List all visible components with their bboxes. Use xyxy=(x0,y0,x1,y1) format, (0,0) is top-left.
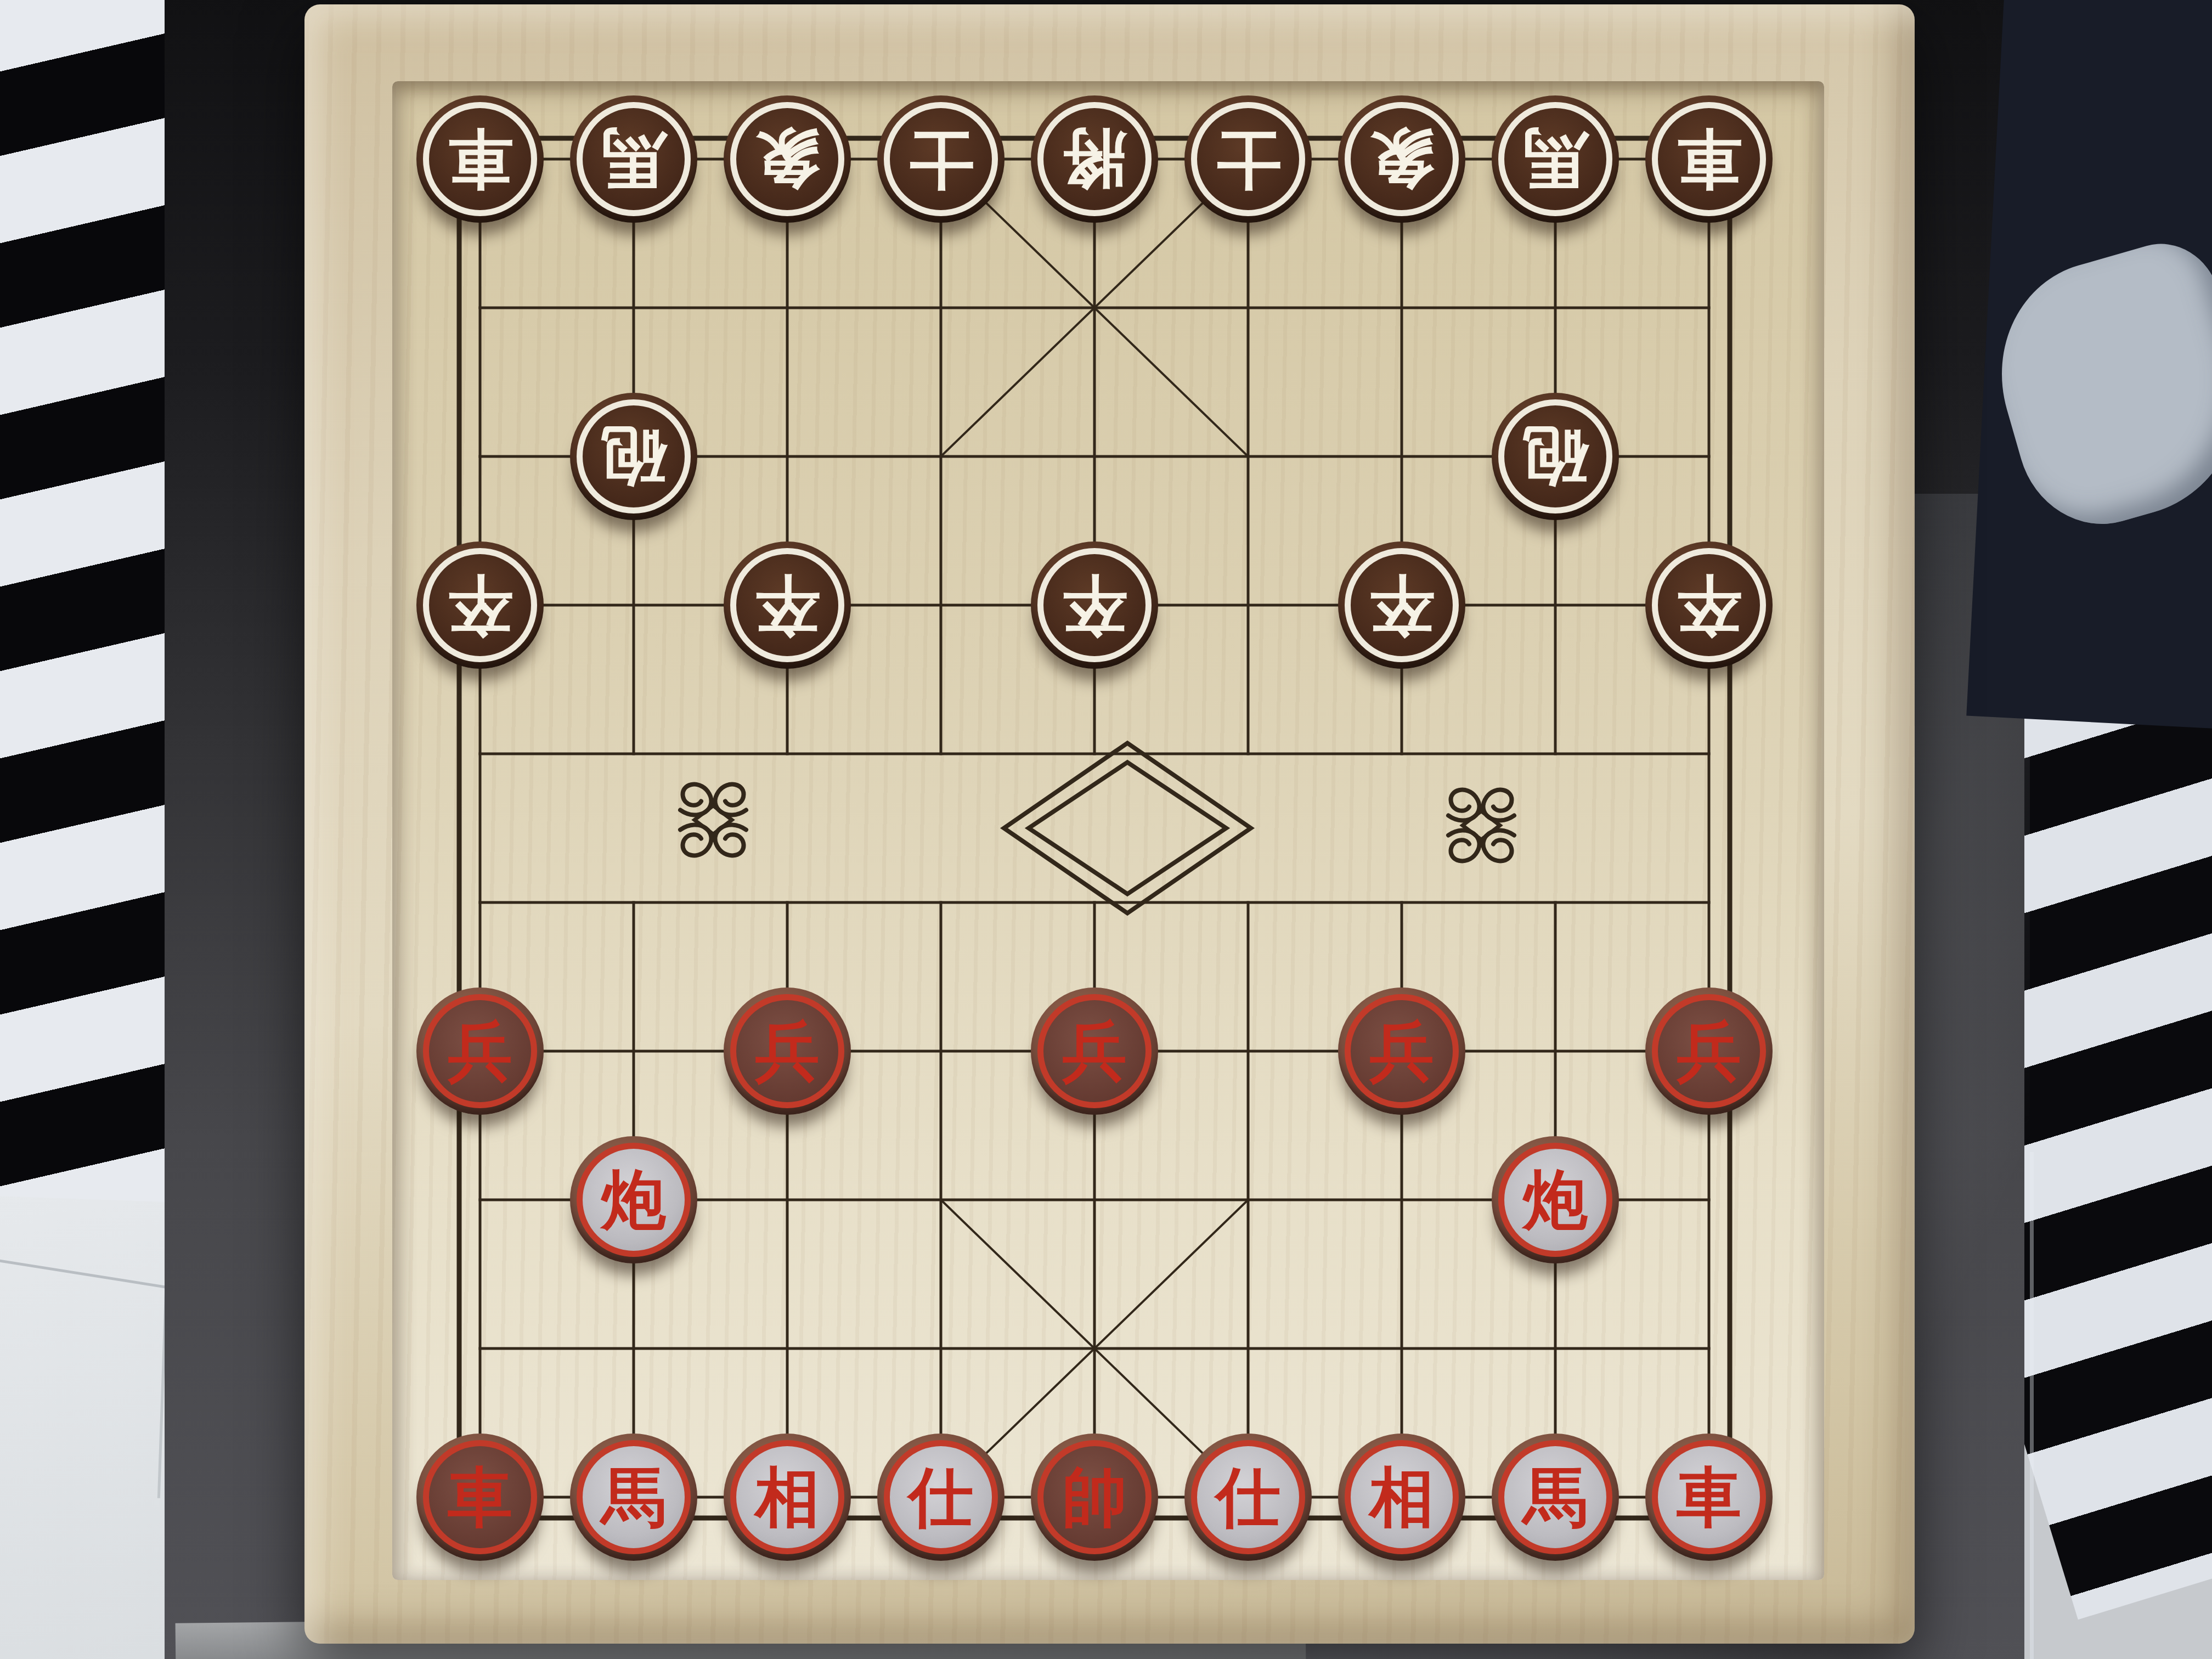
piece-face: 仕 xyxy=(884,1440,998,1554)
piece-character: 砲 xyxy=(601,424,666,489)
piece-red-horse[interactable]: 馬 xyxy=(1492,1434,1619,1561)
piece-face: 車 xyxy=(423,102,537,216)
piece-black-horse[interactable]: 馬 xyxy=(570,95,697,223)
piece-red-soldier[interactable]: 兵 xyxy=(1031,988,1158,1115)
piece-face: 炮 xyxy=(577,1143,691,1257)
piece-black-advisor[interactable]: 士 xyxy=(877,95,1005,223)
piece-character: 相 xyxy=(755,1465,820,1530)
piece-face: 兵 xyxy=(423,994,537,1108)
piece-black-soldier[interactable]: 卒 xyxy=(1645,541,1773,669)
piece-black-cannon[interactable]: 砲 xyxy=(1492,393,1619,520)
piece-face: 馬 xyxy=(577,1440,691,1554)
piece-face: 砲 xyxy=(1498,399,1612,513)
piece-black-soldier[interactable]: 卒 xyxy=(724,541,851,669)
piece-red-soldier[interactable]: 兵 xyxy=(416,988,544,1115)
piece-character: 兵 xyxy=(755,1019,820,1084)
piece-red-chariot[interactable]: 車 xyxy=(416,1434,544,1561)
piece-character: 將 xyxy=(1062,127,1127,191)
piece-face: 士 xyxy=(1191,102,1305,216)
piece-character: 馬 xyxy=(601,127,666,191)
piece-character: 馬 xyxy=(1523,1465,1588,1530)
piece-face: 卒 xyxy=(730,548,844,662)
piece-character: 象 xyxy=(1369,127,1434,191)
piece-black-chariot[interactable]: 車 xyxy=(416,95,544,223)
glass-table-edge xyxy=(2030,1152,2034,1659)
piece-red-cannon[interactable]: 炮 xyxy=(1492,1136,1619,1263)
piece-black-chariot[interactable]: 車 xyxy=(1645,95,1773,223)
piece-character: 卒 xyxy=(448,573,512,637)
piece-character: 卒 xyxy=(755,573,820,637)
piece-face: 帥 xyxy=(1037,1440,1152,1554)
piece-face: 馬 xyxy=(1498,102,1612,216)
photo-scene: 車馬象士將士象馬車砲砲卒卒卒卒卒兵兵兵兵兵炮炮車馬相仕帥仕相馬車 xyxy=(0,0,2212,1659)
piece-character: 車 xyxy=(1677,1465,1741,1530)
piece-black-cannon[interactable]: 砲 xyxy=(570,393,697,520)
piece-face: 相 xyxy=(730,1440,844,1554)
piece-face: 兵 xyxy=(730,994,844,1108)
piece-face: 將 xyxy=(1037,102,1152,216)
piece-character: 馬 xyxy=(1523,127,1588,191)
piece-red-soldier[interactable]: 兵 xyxy=(1645,988,1773,1115)
piece-character: 車 xyxy=(1677,127,1741,191)
piece-face: 卒 xyxy=(1037,548,1152,662)
piece-face: 炮 xyxy=(1498,1143,1612,1257)
piece-character: 士 xyxy=(1216,127,1280,191)
piece-face: 象 xyxy=(1345,102,1459,216)
piece-face: 砲 xyxy=(577,399,691,513)
piece-character: 車 xyxy=(448,127,512,191)
piece-character: 馬 xyxy=(601,1465,666,1530)
piece-red-advisor[interactable]: 仕 xyxy=(1184,1434,1312,1561)
piece-black-horse[interactable]: 馬 xyxy=(1492,95,1619,223)
piece-character: 仕 xyxy=(1216,1465,1280,1530)
piece-character: 相 xyxy=(1369,1465,1434,1530)
piece-face: 象 xyxy=(730,102,844,216)
piece-red-soldier[interactable]: 兵 xyxy=(1338,988,1465,1115)
piece-face: 士 xyxy=(884,102,998,216)
piece-character: 炮 xyxy=(601,1167,666,1232)
piece-red-horse[interactable]: 馬 xyxy=(570,1434,697,1561)
board-grid xyxy=(392,81,1824,1580)
piece-character: 車 xyxy=(448,1465,512,1530)
piece-black-general[interactable]: 將 xyxy=(1031,95,1158,223)
piece-character: 帥 xyxy=(1062,1465,1127,1530)
piece-red-soldier[interactable]: 兵 xyxy=(724,988,851,1115)
piece-character: 卒 xyxy=(1062,573,1127,637)
piece-black-advisor[interactable]: 士 xyxy=(1184,95,1312,223)
piece-black-soldier[interactable]: 卒 xyxy=(1031,541,1158,669)
xiangqi-board[interactable]: 車馬象士將士象馬車砲砲卒卒卒卒卒兵兵兵兵兵炮炮車馬相仕帥仕相馬車 xyxy=(392,81,1824,1580)
piece-character: 象 xyxy=(755,127,820,191)
piece-face: 仕 xyxy=(1191,1440,1305,1554)
xiangqi-board-frame: 車馬象士將士象馬車砲砲卒卒卒卒卒兵兵兵兵兵炮炮車馬相仕帥仕相馬車 xyxy=(304,4,1915,1644)
piece-red-elephant[interactable]: 相 xyxy=(724,1434,851,1561)
piece-black-elephant[interactable]: 象 xyxy=(1338,95,1465,223)
piece-character: 卒 xyxy=(1677,573,1741,637)
piece-face: 相 xyxy=(1345,1440,1459,1554)
piece-character: 兵 xyxy=(1677,1019,1741,1084)
piece-black-elephant[interactable]: 象 xyxy=(724,95,851,223)
piece-black-soldier[interactable]: 卒 xyxy=(416,541,544,669)
piece-red-chariot[interactable]: 車 xyxy=(1645,1434,1773,1561)
piece-face: 車 xyxy=(423,1440,537,1554)
piece-red-advisor[interactable]: 仕 xyxy=(877,1434,1005,1561)
piece-face: 兵 xyxy=(1037,994,1152,1108)
piece-character: 士 xyxy=(909,127,973,191)
piece-red-cannon[interactable]: 炮 xyxy=(570,1136,697,1263)
piece-face: 卒 xyxy=(1345,548,1459,662)
piece-face: 兵 xyxy=(1652,994,1766,1108)
piece-red-elephant[interactable]: 相 xyxy=(1338,1434,1465,1561)
piece-character: 兵 xyxy=(448,1019,512,1084)
piece-character: 砲 xyxy=(1523,424,1588,489)
piece-face: 卒 xyxy=(423,548,537,662)
piece-red-general[interactable]: 帥 xyxy=(1031,1434,1158,1561)
piece-character: 兵 xyxy=(1369,1019,1434,1084)
piece-face: 車 xyxy=(1652,1440,1766,1554)
piece-character: 兵 xyxy=(1062,1019,1127,1084)
piece-character: 卒 xyxy=(1369,573,1434,637)
piece-face: 馬 xyxy=(1498,1440,1612,1554)
piece-face: 卒 xyxy=(1652,548,1766,662)
piece-character: 炮 xyxy=(1523,1167,1588,1232)
piece-black-soldier[interactable]: 卒 xyxy=(1338,541,1465,669)
piece-face: 兵 xyxy=(1345,994,1459,1108)
piece-character: 仕 xyxy=(909,1465,973,1530)
piece-face: 馬 xyxy=(577,102,691,216)
piece-face: 車 xyxy=(1652,102,1766,216)
